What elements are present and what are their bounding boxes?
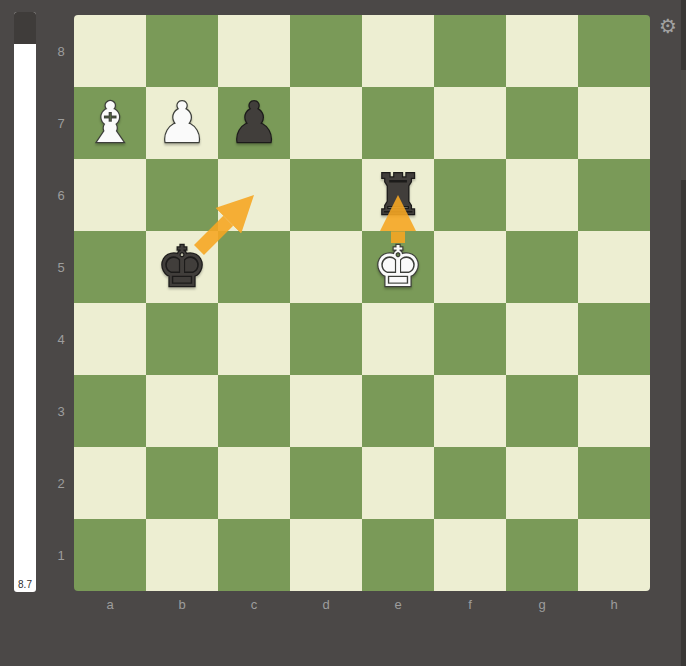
square-a7[interactable]: ♝ (74, 87, 146, 159)
square-d1[interactable] (290, 519, 362, 591)
rank-label-2: 2 (50, 447, 72, 519)
square-a8[interactable] (74, 15, 146, 87)
square-e5[interactable]: ♚ (362, 231, 434, 303)
square-g6[interactable] (506, 159, 578, 231)
square-c6[interactable] (218, 159, 290, 231)
square-d7[interactable] (290, 87, 362, 159)
square-g3[interactable] (506, 375, 578, 447)
square-e7[interactable] (362, 87, 434, 159)
square-f7[interactable] (434, 87, 506, 159)
square-c5[interactable] (218, 231, 290, 303)
square-f1[interactable] (434, 519, 506, 591)
square-c8[interactable] (218, 15, 290, 87)
square-g7[interactable] (506, 87, 578, 159)
square-d5[interactable] (290, 231, 362, 303)
scrollbar-thumb[interactable] (681, 70, 686, 180)
square-e3[interactable] (362, 375, 434, 447)
square-g8[interactable] (506, 15, 578, 87)
square-b4[interactable] (146, 303, 218, 375)
scrollbar[interactable] (681, 0, 686, 666)
white-pawn[interactable]: ♟ (157, 95, 207, 151)
rank-label-5: 5 (50, 231, 72, 303)
square-e1[interactable] (362, 519, 434, 591)
rank-label-6: 6 (50, 159, 72, 231)
square-h4[interactable] (578, 303, 650, 375)
square-a3[interactable] (74, 375, 146, 447)
square-b1[interactable] (146, 519, 218, 591)
square-d4[interactable] (290, 303, 362, 375)
square-h5[interactable] (578, 231, 650, 303)
file-label-b: b (146, 597, 218, 617)
rank-label-3: 3 (50, 375, 72, 447)
square-h3[interactable] (578, 375, 650, 447)
file-label-f: f (434, 597, 506, 617)
square-f2[interactable] (434, 447, 506, 519)
file-labels: abcdefgh (74, 597, 650, 617)
square-h1[interactable] (578, 519, 650, 591)
square-b5[interactable]: ♚ (146, 231, 218, 303)
rank-label-4: 4 (50, 303, 72, 375)
square-g4[interactable] (506, 303, 578, 375)
white-bishop[interactable]: ♝ (85, 95, 135, 151)
square-a5[interactable] (74, 231, 146, 303)
square-c7[interactable]: ♟ (218, 87, 290, 159)
square-c4[interactable] (218, 303, 290, 375)
file-label-g: g (506, 597, 578, 617)
square-a4[interactable] (74, 303, 146, 375)
square-f4[interactable] (434, 303, 506, 375)
square-e4[interactable] (362, 303, 434, 375)
eval-bar: 8.7 (14, 12, 36, 592)
square-h7[interactable] (578, 87, 650, 159)
square-b6[interactable] (146, 159, 218, 231)
square-f5[interactable] (434, 231, 506, 303)
file-label-a: a (74, 597, 146, 617)
square-f8[interactable] (434, 15, 506, 87)
rank-label-7: 7 (50, 87, 72, 159)
square-h8[interactable] (578, 15, 650, 87)
white-king[interactable]: ♚ (373, 239, 423, 295)
square-b7[interactable]: ♟ (146, 87, 218, 159)
square-c1[interactable] (218, 519, 290, 591)
square-a2[interactable] (74, 447, 146, 519)
file-label-h: h (578, 597, 650, 617)
black-king[interactable]: ♚ (157, 239, 207, 295)
square-g2[interactable] (506, 447, 578, 519)
square-b3[interactable] (146, 375, 218, 447)
square-h6[interactable] (578, 159, 650, 231)
chess-board[interactable]: ♝♟♟♜♚♚ (74, 15, 650, 591)
square-h2[interactable] (578, 447, 650, 519)
black-pawn[interactable]: ♟ (229, 95, 279, 151)
file-label-d: d (290, 597, 362, 617)
rank-labels: 87654321 (50, 15, 72, 591)
rank-label-8: 8 (50, 15, 72, 87)
black-rook[interactable]: ♜ (373, 167, 423, 223)
square-d3[interactable] (290, 375, 362, 447)
square-g1[interactable] (506, 519, 578, 591)
square-a6[interactable] (74, 159, 146, 231)
square-d2[interactable] (290, 447, 362, 519)
square-d8[interactable] (290, 15, 362, 87)
file-label-e: e (362, 597, 434, 617)
square-b2[interactable] (146, 447, 218, 519)
square-g5[interactable] (506, 231, 578, 303)
rank-label-1: 1 (50, 519, 72, 591)
settings-gear-icon[interactable]: ⚙ (654, 12, 682, 40)
square-e8[interactable] (362, 15, 434, 87)
file-label-c: c (218, 597, 290, 617)
square-e6[interactable]: ♜ (362, 159, 434, 231)
square-d6[interactable] (290, 159, 362, 231)
eval-bar-black-section (14, 12, 36, 44)
square-e2[interactable] (362, 447, 434, 519)
square-f6[interactable] (434, 159, 506, 231)
square-c2[interactable] (218, 447, 290, 519)
square-f3[interactable] (434, 375, 506, 447)
eval-score: 8.7 (14, 579, 36, 590)
square-b8[interactable] (146, 15, 218, 87)
square-c3[interactable] (218, 375, 290, 447)
square-a1[interactable] (74, 519, 146, 591)
